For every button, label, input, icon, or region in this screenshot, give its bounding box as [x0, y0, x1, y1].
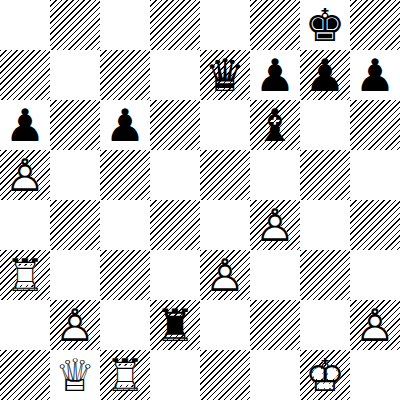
piece-black-pawn[interactable]: ♟ — [350, 50, 400, 100]
piece-white-rook[interactable]: ♜♖ — [0, 250, 50, 300]
square-h6[interactable] — [350, 100, 400, 150]
piece-black-queen[interactable]: ♛ — [200, 50, 250, 100]
piece-white-pawn[interactable]: ♟♙ — [200, 250, 250, 300]
piece-outline-glyph: ♖ — [100, 350, 150, 400]
square-a5[interactable]: ♟♙ — [0, 150, 50, 200]
square-e7[interactable]: ♛ — [200, 50, 250, 100]
square-d2[interactable]: ♜ — [150, 300, 200, 350]
piece-white-queen[interactable]: ♛♕ — [50, 350, 100, 400]
piece-white-pawn[interactable]: ♟♙ — [0, 150, 50, 200]
piece-black-bishop[interactable]: ♝ — [250, 100, 300, 150]
square-f2[interactable] — [250, 300, 300, 350]
square-d3[interactable] — [150, 250, 200, 300]
piece-glyph: ♝ — [250, 100, 300, 150]
piece-black-pawn[interactable]: ♟ — [300, 50, 350, 100]
piece-glyph: ♜ — [150, 300, 200, 350]
square-g2[interactable] — [300, 300, 350, 350]
square-d7[interactable] — [150, 50, 200, 100]
square-g8[interactable]: ♚ — [300, 0, 350, 50]
square-f5[interactable] — [250, 150, 300, 200]
square-d6[interactable] — [150, 100, 200, 150]
piece-black-king[interactable]: ♚ — [300, 0, 350, 50]
square-f8[interactable] — [250, 0, 300, 50]
square-g3[interactable] — [300, 250, 350, 300]
piece-white-pawn[interactable]: ♟♙ — [250, 200, 300, 250]
piece-white-pawn[interactable]: ♟♙ — [350, 300, 400, 350]
square-a6[interactable]: ♟ — [0, 100, 50, 150]
piece-black-pawn[interactable]: ♟ — [250, 50, 300, 100]
square-d8[interactable] — [150, 0, 200, 50]
piece-white-rook[interactable]: ♜♖ — [100, 350, 150, 400]
piece-glyph: ♟ — [350, 50, 400, 100]
piece-glyph: ♟ — [100, 100, 150, 150]
piece-glyph: ♟ — [250, 50, 300, 100]
square-e3[interactable]: ♟♙ — [200, 250, 250, 300]
piece-outline-glyph: ♙ — [250, 200, 300, 250]
square-c2[interactable] — [100, 300, 150, 350]
square-b2[interactable]: ♟♙ — [50, 300, 100, 350]
piece-outline-glyph: ♔ — [300, 350, 350, 400]
piece-white-king[interactable]: ♚♔ — [300, 350, 350, 400]
square-c3[interactable] — [100, 250, 150, 300]
square-g1[interactable]: ♚♔ — [300, 350, 350, 400]
piece-outline-glyph: ♖ — [0, 250, 50, 300]
square-g5[interactable] — [300, 150, 350, 200]
piece-glyph: ♛ — [200, 50, 250, 100]
square-b7[interactable] — [50, 50, 100, 100]
square-h8[interactable] — [350, 0, 400, 50]
chess-board: ♚♛♟♟♟♟♟♝♟♙♟♙♜♖♟♙♟♙♜♟♙♛♕♜♖♚♔ — [0, 0, 400, 400]
square-c6[interactable]: ♟ — [100, 100, 150, 150]
square-d5[interactable] — [150, 150, 200, 200]
square-c7[interactable] — [100, 50, 150, 100]
square-e1[interactable] — [200, 350, 250, 400]
square-f7[interactable]: ♟ — [250, 50, 300, 100]
square-c8[interactable] — [100, 0, 150, 50]
piece-glyph: ♟ — [300, 50, 350, 100]
square-a3[interactable]: ♜♖ — [0, 250, 50, 300]
square-d4[interactable] — [150, 200, 200, 250]
piece-outline-glyph: ♙ — [0, 150, 50, 200]
piece-white-pawn[interactable]: ♟♙ — [50, 300, 100, 350]
square-d1[interactable] — [150, 350, 200, 400]
square-b3[interactable] — [50, 250, 100, 300]
piece-outline-glyph: ♙ — [350, 300, 400, 350]
square-b5[interactable] — [50, 150, 100, 200]
piece-outline-glyph: ♕ — [50, 350, 100, 400]
square-c5[interactable] — [100, 150, 150, 200]
piece-black-pawn[interactable]: ♟ — [100, 100, 150, 150]
square-a8[interactable] — [0, 0, 50, 50]
square-h5[interactable] — [350, 150, 400, 200]
square-g7[interactable]: ♟ — [300, 50, 350, 100]
square-a7[interactable] — [0, 50, 50, 100]
square-f3[interactable] — [250, 250, 300, 300]
piece-black-rook[interactable]: ♜ — [150, 300, 200, 350]
square-b8[interactable] — [50, 0, 100, 50]
piece-glyph: ♟ — [0, 100, 50, 150]
square-f6[interactable]: ♝ — [250, 100, 300, 150]
square-a2[interactable] — [0, 300, 50, 350]
piece-glyph: ♚ — [300, 0, 350, 50]
square-a4[interactable] — [0, 200, 50, 250]
square-e5[interactable] — [200, 150, 250, 200]
square-e6[interactable] — [200, 100, 250, 150]
square-b1[interactable]: ♛♕ — [50, 350, 100, 400]
piece-outline-glyph: ♙ — [200, 250, 250, 300]
piece-black-pawn[interactable]: ♟ — [0, 100, 50, 150]
square-e8[interactable] — [200, 0, 250, 50]
square-g6[interactable] — [300, 100, 350, 150]
square-e4[interactable] — [200, 200, 250, 250]
square-b6[interactable] — [50, 100, 100, 150]
square-h3[interactable] — [350, 250, 400, 300]
square-h7[interactable]: ♟ — [350, 50, 400, 100]
square-a1[interactable] — [0, 350, 50, 400]
square-g4[interactable] — [300, 200, 350, 250]
square-c4[interactable] — [100, 200, 150, 250]
piece-outline-glyph: ♙ — [50, 300, 100, 350]
square-h1[interactable] — [350, 350, 400, 400]
square-h2[interactable]: ♟♙ — [350, 300, 400, 350]
square-f4[interactable]: ♟♙ — [250, 200, 300, 250]
square-h4[interactable] — [350, 200, 400, 250]
square-c1[interactable]: ♜♖ — [100, 350, 150, 400]
square-e2[interactable] — [200, 300, 250, 350]
square-b4[interactable] — [50, 200, 100, 250]
square-f1[interactable] — [250, 350, 300, 400]
